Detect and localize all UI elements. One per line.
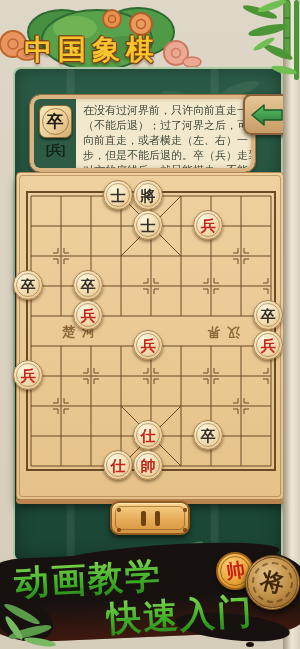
tutorial-line: 步，但是不能后退的。卒（兵）走到 [83, 148, 255, 163]
page-curl-edge [283, 0, 300, 649]
back-arrow-icon [250, 103, 284, 127]
piece-glyph: 士 [141, 217, 156, 232]
pause-icon [155, 511, 160, 526]
piece-卒-black[interactable]: 卒 [253, 300, 283, 330]
piece-glyph: 仕 [111, 457, 126, 472]
piece-兵-red[interactable]: 兵 [13, 360, 43, 390]
piece-glyph: 卒 [81, 277, 96, 292]
piece-glyph: 士 [111, 187, 126, 202]
piece-glyph: 仕 [141, 427, 156, 442]
piece-glyph: 兵 [21, 367, 36, 382]
piece-glyph: 兵 [141, 337, 156, 352]
piece-仕-red[interactable]: 仕 [103, 450, 133, 480]
piece-glyph: 卒 [261, 307, 276, 322]
tutorial-line: 在没有过河界前，只许向前直走一步 [83, 103, 255, 118]
piece-仕-red[interactable]: 仕 [133, 420, 163, 450]
pawn-piece-icon: 卒 [39, 105, 72, 138]
piece-兵-red[interactable]: 兵 [253, 330, 283, 360]
tutorial-line: （不能后退）；过了河界之后，可以 [83, 118, 255, 133]
piece-帥-red[interactable]: 帥 [133, 450, 163, 480]
tutorial-box: 卒 [兵] 在没有过河界前，只许向前直走一步（不能后退）；过了河界之后，可以向前… [30, 95, 255, 172]
app-screen: 中国象棋 卒 [兵] 在没有过河界前，只许向前直走一步（不能后退）；过了河界之后 [0, 0, 300, 649]
piece-士-black[interactable]: 士 [133, 210, 163, 240]
piece-glyph: 兵 [201, 217, 216, 232]
tutorial-line: 对方的底线后，就只能横走，不能后 [83, 163, 255, 172]
piece-glyph: 將 [141, 187, 156, 202]
piece-卒-black[interactable]: 卒 [193, 420, 223, 450]
piece-glyph: 兵 [261, 337, 276, 352]
promo-text-line2: 快速入门 [105, 588, 255, 643]
tutorial-text: 在没有过河界前，只许向前直走一步（不能后退）；过了河界之后，可以向前直走，或者横… [76, 99, 255, 168]
pieces-layer: 士將士兵卒卒兵卒兵兵兵仕卒仕帥 [13, 180, 283, 480]
piece-glyph: 卒 [21, 277, 36, 292]
bamboo-top-right-decoration [238, 0, 300, 95]
pawn-glyph: 卒 [47, 113, 64, 130]
bamboo-bottom-left-decoration [0, 594, 80, 649]
promo-black-general-piece: 将 [245, 555, 300, 610]
piece-兵-red[interactable]: 兵 [193, 210, 223, 240]
piece-glyph: 兵 [81, 307, 96, 322]
piece-將-black[interactable]: 將 [133, 180, 163, 210]
piece-卒-black[interactable]: 卒 [13, 270, 43, 300]
piece-name-label: [兵] [46, 141, 65, 159]
pause-button[interactable] [110, 501, 190, 535]
piece-glyph: 帥 [141, 457, 156, 472]
piece-卒-black[interactable]: 卒 [73, 270, 103, 300]
piece-glyph: 卒 [201, 427, 216, 442]
tutorial-piece-panel: 卒 [兵] [34, 99, 76, 168]
pause-icon [141, 511, 146, 526]
piece-兵-red[interactable]: 兵 [73, 300, 103, 330]
tutorial-line: 向前直走，或者横走（左、右）一 [83, 133, 255, 148]
page-title: 中国象棋 [24, 31, 184, 69]
piece-士-black[interactable]: 士 [103, 180, 133, 210]
piece-兵-red[interactable]: 兵 [133, 330, 163, 360]
